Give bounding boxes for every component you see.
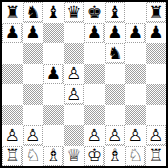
piece-halo: ♖ <box>3 147 21 165</box>
piece-halo: ♘ <box>126 147 144 165</box>
black-pawn: ♟ <box>148 24 163 41</box>
square-g3[interactable] <box>125 105 146 126</box>
black-bishop: ♝ <box>46 4 61 21</box>
square-b4[interactable] <box>23 84 44 105</box>
white-pawn: ♙ <box>128 127 143 144</box>
square-e2[interactable]: ♙ <box>84 125 105 146</box>
white-pawn: ♙ <box>148 127 163 144</box>
square-b8[interactable]: ♞ <box>23 2 44 23</box>
square-f7[interactable]: ♟ <box>105 23 126 44</box>
black-pawn: ♟ <box>5 24 20 41</box>
black-knight: ♞ <box>107 45 122 62</box>
black-bishop: ♝ <box>107 4 122 21</box>
square-g2[interactable]: ♙ <box>125 125 146 146</box>
piece-halo: ♙ <box>65 65 83 83</box>
square-a7[interactable]: ♟ <box>2 23 23 44</box>
square-f6[interactable]: ♞ <box>105 43 126 64</box>
chess-board: ♜♞♝♛♚♝♜♟♟♟♟♟♟♞♟♙♙♙♙♙♙♙♙♖♘♗♕♔♗♘♖ <box>0 0 168 168</box>
square-b7[interactable]: ♟ <box>23 23 44 44</box>
black-rook: ♜ <box>148 4 163 21</box>
square-h1[interactable]: ♖ <box>146 146 167 167</box>
square-c5[interactable]: ♟ <box>43 64 64 85</box>
square-a4[interactable] <box>2 84 23 105</box>
white-knight: ♘ <box>128 147 143 164</box>
square-e3[interactable] <box>84 105 105 126</box>
square-f5[interactable] <box>105 64 126 85</box>
square-c2[interactable] <box>43 125 64 146</box>
square-a2[interactable]: ♙ <box>2 125 23 146</box>
square-e4[interactable] <box>84 84 105 105</box>
white-rook: ♖ <box>5 147 20 164</box>
square-e5[interactable] <box>84 64 105 85</box>
piece-halo: ♟ <box>106 24 124 42</box>
square-c7[interactable] <box>43 23 64 44</box>
square-a1[interactable]: ♖ <box>2 146 23 167</box>
piece-halo: ♙ <box>106 126 124 144</box>
piece-halo: ♙ <box>85 126 103 144</box>
square-g1[interactable]: ♘ <box>125 146 146 167</box>
piece-halo: ♘ <box>24 147 42 165</box>
square-b1[interactable]: ♘ <box>23 146 44 167</box>
square-d5[interactable]: ♙ <box>64 64 85 85</box>
white-pawn: ♙ <box>107 127 122 144</box>
white-pawn: ♙ <box>66 86 81 103</box>
piece-halo: ♟ <box>126 24 144 42</box>
square-b2[interactable]: ♙ <box>23 125 44 146</box>
white-queen: ♕ <box>66 147 81 164</box>
black-king: ♚ <box>87 4 102 21</box>
piece-halo: ♙ <box>147 126 165 144</box>
square-h6[interactable] <box>146 43 167 64</box>
square-b6[interactable] <box>23 43 44 64</box>
square-d1[interactable]: ♕ <box>64 146 85 167</box>
piece-halo: ♞ <box>24 3 42 21</box>
black-pawn: ♟ <box>46 65 61 82</box>
square-f4[interactable] <box>105 84 126 105</box>
square-d4[interactable]: ♙ <box>64 84 85 105</box>
piece-halo: ♝ <box>106 3 124 21</box>
square-g5[interactable] <box>125 64 146 85</box>
square-g6[interactable] <box>125 43 146 64</box>
black-pawn: ♟ <box>128 24 143 41</box>
piece-halo: ♙ <box>65 85 83 103</box>
square-a5[interactable] <box>2 64 23 85</box>
square-h5[interactable] <box>146 64 167 85</box>
black-queen: ♛ <box>66 4 81 21</box>
piece-halo: ♟ <box>24 24 42 42</box>
piece-halo: ♜ <box>147 3 165 21</box>
white-pawn: ♙ <box>87 127 102 144</box>
white-pawn: ♙ <box>66 65 81 82</box>
piece-halo: ♗ <box>106 147 124 165</box>
square-a3[interactable] <box>2 105 23 126</box>
piece-halo: ♟ <box>85 24 103 42</box>
white-knight: ♘ <box>25 147 40 164</box>
square-a8[interactable]: ♜ <box>2 2 23 23</box>
piece-halo: ♝ <box>44 3 62 21</box>
piece-halo: ♕ <box>65 147 83 165</box>
square-a6[interactable] <box>2 43 23 64</box>
piece-halo: ♙ <box>3 126 21 144</box>
square-c1[interactable]: ♗ <box>43 146 64 167</box>
square-e7[interactable]: ♟ <box>84 23 105 44</box>
square-g4[interactable] <box>125 84 146 105</box>
square-f2[interactable]: ♙ <box>105 125 126 146</box>
square-b5[interactable] <box>23 64 44 85</box>
square-c4[interactable] <box>43 84 64 105</box>
square-h7[interactable]: ♟ <box>146 23 167 44</box>
white-pawn: ♙ <box>5 127 20 144</box>
square-d7[interactable] <box>64 23 85 44</box>
square-h8[interactable]: ♜ <box>146 2 167 23</box>
piece-halo: ♜ <box>3 3 21 21</box>
piece-halo: ♞ <box>106 44 124 62</box>
piece-halo: ♗ <box>44 147 62 165</box>
square-d3[interactable] <box>64 105 85 126</box>
black-rook: ♜ <box>5 4 20 21</box>
square-d6[interactable] <box>64 43 85 64</box>
piece-halo: ♟ <box>44 65 62 83</box>
square-h4[interactable] <box>146 84 167 105</box>
white-pawn: ♙ <box>25 127 40 144</box>
white-rook: ♖ <box>148 147 163 164</box>
piece-halo: ♙ <box>24 126 42 144</box>
square-g7[interactable]: ♟ <box>125 23 146 44</box>
piece-halo: ♛ <box>65 3 83 21</box>
white-king: ♔ <box>87 147 102 164</box>
white-bishop: ♗ <box>46 147 61 164</box>
square-d8[interactable]: ♛ <box>64 2 85 23</box>
square-f1[interactable]: ♗ <box>105 146 126 167</box>
piece-halo: ♙ <box>126 126 144 144</box>
piece-halo: ♔ <box>85 147 103 165</box>
square-b3[interactable] <box>23 105 44 126</box>
square-c3[interactable] <box>43 105 64 126</box>
square-h2[interactable]: ♙ <box>146 125 167 146</box>
black-pawn: ♟ <box>25 24 40 41</box>
black-knight: ♞ <box>25 4 40 21</box>
square-e8[interactable]: ♚ <box>84 2 105 23</box>
square-f8[interactable]: ♝ <box>105 2 126 23</box>
black-pawn: ♟ <box>87 24 102 41</box>
square-f3[interactable] <box>105 105 126 126</box>
square-h3[interactable] <box>146 105 167 126</box>
piece-halo: ♟ <box>3 24 21 42</box>
square-g8[interactable] <box>125 2 146 23</box>
white-bishop: ♗ <box>107 147 122 164</box>
square-d2[interactable] <box>64 125 85 146</box>
piece-halo: ♟ <box>147 24 165 42</box>
piece-halo: ♖ <box>147 147 165 165</box>
square-e1[interactable]: ♔ <box>84 146 105 167</box>
black-pawn: ♟ <box>107 24 122 41</box>
square-c6[interactable] <box>43 43 64 64</box>
square-e6[interactable] <box>84 43 105 64</box>
piece-halo: ♚ <box>85 3 103 21</box>
square-c8[interactable]: ♝ <box>43 2 64 23</box>
